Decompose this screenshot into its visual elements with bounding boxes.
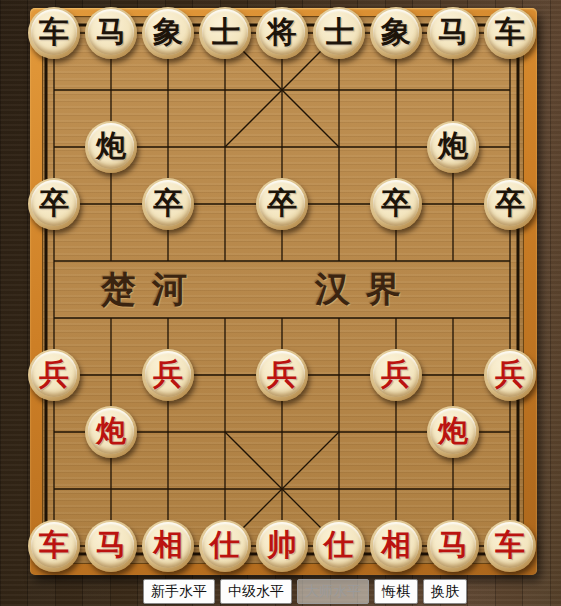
piece-face: 士 <box>202 9 248 55</box>
piece-glyph: 车 <box>39 17 69 48</box>
piece-black-elephant[interactable]: 象 <box>142 7 194 59</box>
piece-black-soldier[interactable]: 卒 <box>142 178 194 230</box>
piece-red-elephant[interactable]: 相 <box>370 520 422 572</box>
button-novice-level[interactable]: 新手水平 <box>143 579 215 604</box>
piece-black-advisor[interactable]: 士 <box>313 7 365 59</box>
piece-black-soldier[interactable]: 卒 <box>484 178 536 230</box>
piece-glyph: 炮 <box>438 416 468 447</box>
piece-black-soldier[interactable]: 卒 <box>28 178 80 230</box>
piece-face: 象 <box>145 9 191 55</box>
piece-face: 仕 <box>202 522 248 568</box>
piece-glyph: 车 <box>39 530 69 561</box>
piece-red-elephant[interactable]: 相 <box>142 520 194 572</box>
piece-face: 兵 <box>373 351 419 397</box>
piece-glyph: 马 <box>96 17 126 48</box>
piece-glyph: 兵 <box>39 359 69 390</box>
button-intermediate-level[interactable]: 中级水平 <box>220 579 292 604</box>
piece-glyph: 马 <box>438 530 468 561</box>
button-change-skin[interactable]: 换肤 <box>423 579 467 604</box>
piece-glyph: 士 <box>324 17 354 48</box>
piece-glyph: 兵 <box>381 359 411 390</box>
piece-face: 仕 <box>316 522 362 568</box>
piece-black-advisor[interactable]: 士 <box>199 7 251 59</box>
piece-glyph: 卒 <box>267 188 297 219</box>
piece-glyph: 士 <box>210 17 240 48</box>
piece-glyph: 车 <box>495 530 525 561</box>
piece-face: 炮 <box>430 408 476 454</box>
piece-glyph: 马 <box>96 530 126 561</box>
piece-red-soldier[interactable]: 兵 <box>484 349 536 401</box>
piece-glyph: 卒 <box>381 188 411 219</box>
piece-red-soldier[interactable]: 兵 <box>370 349 422 401</box>
piece-face: 兵 <box>31 351 77 397</box>
piece-glyph: 炮 <box>438 131 468 162</box>
piece-glyph: 炮 <box>96 131 126 162</box>
piece-red-advisor[interactable]: 仕 <box>199 520 251 572</box>
piece-face: 卒 <box>31 180 77 226</box>
piece-red-chariot[interactable]: 车 <box>484 520 536 572</box>
piece-face: 卒 <box>259 180 305 226</box>
piece-face: 卒 <box>487 180 533 226</box>
toolbar: 新手水平中级水平大师水平悔棋换肤 <box>143 579 467 604</box>
piece-glyph: 兵 <box>495 359 525 390</box>
piece-black-soldier[interactable]: 卒 <box>370 178 422 230</box>
piece-black-horse[interactable]: 马 <box>427 7 479 59</box>
piece-glyph: 仕 <box>324 530 354 561</box>
piece-glyph: 车 <box>495 17 525 48</box>
piece-face: 车 <box>487 522 533 568</box>
piece-red-advisor[interactable]: 仕 <box>313 520 365 572</box>
piece-glyph: 象 <box>153 17 183 48</box>
piece-face: 炮 <box>88 408 134 454</box>
piece-face: 兵 <box>487 351 533 397</box>
piece-red-soldier[interactable]: 兵 <box>256 349 308 401</box>
piece-red-horse[interactable]: 马 <box>427 520 479 572</box>
piece-red-soldier[interactable]: 兵 <box>28 349 80 401</box>
piece-black-cannon[interactable]: 炮 <box>85 121 137 173</box>
piece-glyph: 卒 <box>495 188 525 219</box>
button-master-level: 大师水平 <box>297 579 369 604</box>
piece-face: 炮 <box>88 123 134 169</box>
piece-face: 马 <box>88 9 134 55</box>
piece-glyph: 帅 <box>267 530 297 561</box>
piece-red-general[interactable]: 帅 <box>256 520 308 572</box>
piece-face: 卒 <box>145 180 191 226</box>
river-label-chu-river: 楚河 <box>101 266 203 313</box>
button-undo-move[interactable]: 悔棋 <box>374 579 418 604</box>
piece-glyph: 卒 <box>153 188 183 219</box>
piece-glyph: 仕 <box>210 530 240 561</box>
piece-face: 车 <box>487 9 533 55</box>
piece-red-horse[interactable]: 马 <box>85 520 137 572</box>
piece-face: 象 <box>373 9 419 55</box>
piece-black-horse[interactable]: 马 <box>85 7 137 59</box>
piece-glyph: 相 <box>381 530 411 561</box>
piece-glyph: 象 <box>381 17 411 48</box>
piece-face: 车 <box>31 9 77 55</box>
piece-black-cannon[interactable]: 炮 <box>427 121 479 173</box>
piece-black-soldier[interactable]: 卒 <box>256 178 308 230</box>
piece-red-cannon[interactable]: 炮 <box>427 406 479 458</box>
piece-face: 马 <box>430 9 476 55</box>
piece-red-soldier[interactable]: 兵 <box>142 349 194 401</box>
piece-face: 帅 <box>259 522 305 568</box>
river-label-han-border: 汉界 <box>315 266 417 313</box>
piece-glyph: 将 <box>267 17 297 48</box>
piece-face: 士 <box>316 9 362 55</box>
piece-red-cannon[interactable]: 炮 <box>85 406 137 458</box>
piece-face: 将 <box>259 9 305 55</box>
piece-glyph: 相 <box>153 530 183 561</box>
piece-face: 相 <box>145 522 191 568</box>
piece-black-chariot[interactable]: 车 <box>484 7 536 59</box>
piece-glyph: 兵 <box>267 359 297 390</box>
piece-face: 车 <box>31 522 77 568</box>
piece-face: 炮 <box>430 123 476 169</box>
piece-face: 兵 <box>145 351 191 397</box>
piece-glyph: 卒 <box>39 188 69 219</box>
piece-face: 卒 <box>373 180 419 226</box>
piece-glyph: 兵 <box>153 359 183 390</box>
xiangqi-app: 楚河 汉界 车马象士将士象马车炮炮卒卒卒卒卒兵兵兵兵兵炮炮车马相仕帅仕相马车 新… <box>0 0 561 606</box>
piece-face: 相 <box>373 522 419 568</box>
piece-face: 兵 <box>259 351 305 397</box>
piece-black-general[interactable]: 将 <box>256 7 308 59</box>
piece-glyph: 马 <box>438 17 468 48</box>
piece-black-elephant[interactable]: 象 <box>370 7 422 59</box>
piece-black-chariot[interactable]: 车 <box>28 7 80 59</box>
piece-red-chariot[interactable]: 车 <box>28 520 80 572</box>
piece-face: 马 <box>430 522 476 568</box>
piece-glyph: 炮 <box>96 416 126 447</box>
piece-face: 马 <box>88 522 134 568</box>
